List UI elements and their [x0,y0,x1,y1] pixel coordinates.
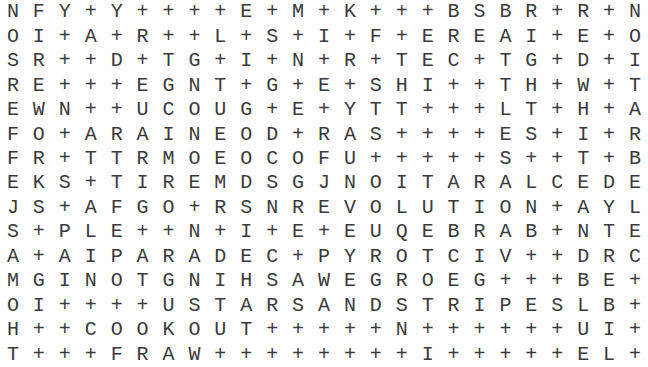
filler-cell: + [544,0,570,24]
letter-cell: O [130,318,156,342]
filler-cell: + [285,343,311,367]
letter-cell: R [596,245,622,269]
letter-cell: E [26,73,52,97]
letter-cell: R [363,245,389,269]
letter-cell: K [337,0,363,24]
filler-cell: + [311,98,337,122]
letter-cell: S [259,24,285,48]
filler-cell: + [311,220,337,244]
filler-cell: + [130,220,156,244]
letter-cell: R [570,0,596,24]
letter-cell: K [156,318,182,342]
letter-cell: W [311,269,337,293]
letter-cell: I [207,269,233,293]
letter-cell: L [78,220,104,244]
filler-cell: + [337,343,363,367]
filler-cell: + [544,24,570,48]
filler-cell: + [441,98,467,122]
filler-cell: + [363,318,389,342]
filler-cell: + [181,24,207,48]
filler-cell: + [26,343,52,367]
filler-cell: + [52,196,78,220]
filler-cell: + [441,147,467,171]
letter-cell: A [337,122,363,146]
letter-cell: I [467,245,493,269]
letter-cell: A [285,269,311,293]
filler-cell: + [622,294,648,318]
letter-cell: S [518,122,544,146]
filler-cell: + [311,0,337,24]
letter-cell: U [156,294,182,318]
letter-cell: H [233,269,259,293]
letter-cell: E [337,220,363,244]
letter-cell: A [130,245,156,269]
filler-cell: + [311,343,337,367]
letter-cell: C [259,245,285,269]
letter-cell: G [130,196,156,220]
letter-cell: G [518,49,544,73]
letter-cell: R [441,294,467,318]
letter-cell: M [156,147,182,171]
filler-cell: + [363,0,389,24]
filler-cell: + [415,318,441,342]
letter-cell: N [622,0,648,24]
letter-cell: R [467,171,493,195]
letter-cell: R [622,122,648,146]
letter-cell: T [233,318,259,342]
letter-cell: L [207,24,233,48]
letter-cell: T [622,73,648,97]
letter-cell: L [518,171,544,195]
letter-cell: O [156,196,182,220]
letter-cell: M [285,0,311,24]
letter-cell: Y [104,0,130,24]
letter-cell: T [156,49,182,73]
filler-cell: + [259,343,285,367]
letter-cell: S [544,294,570,318]
letter-cell: C [441,245,467,269]
letter-cell: I [156,122,182,146]
filler-cell: + [259,318,285,342]
filler-cell: + [518,147,544,171]
letter-cell: A [156,343,182,367]
letter-cell: O [233,122,259,146]
letter-cell: O [389,245,415,269]
letter-cell: I [311,24,337,48]
letter-cell: E [0,171,26,195]
letter-cell: I [596,318,622,342]
letter-cell: R [0,73,26,97]
filler-cell: + [26,318,52,342]
letter-cell: T [596,220,622,244]
letter-cell: C [441,49,467,73]
letter-cell: D [259,122,285,146]
filler-cell: + [259,220,285,244]
letter-cell: Y [596,196,622,220]
letter-cell: N [570,220,596,244]
letter-cell: J [311,171,337,195]
filler-cell: + [78,49,104,73]
letter-cell: P [492,294,518,318]
filler-cell: + [285,245,311,269]
letter-cell: R [26,147,52,171]
filler-cell: + [285,24,311,48]
letter-cell: S [0,220,26,244]
letter-cell: G [363,269,389,293]
letter-cell: A [78,196,104,220]
filler-cell: + [52,24,78,48]
letter-cell: R [156,171,182,195]
letter-cell: H [570,98,596,122]
filler-cell: + [544,122,570,146]
filler-cell: + [259,49,285,73]
filler-cell: + [130,0,156,24]
letter-cell: O [363,171,389,195]
filler-cell: + [311,318,337,342]
filler-cell: + [78,343,104,367]
letter-cell: G [26,269,52,293]
letter-cell: I [570,122,596,146]
filler-cell: + [52,49,78,73]
letter-cell: T [104,147,130,171]
filler-cell: + [52,294,78,318]
letter-cell: F [0,147,26,171]
letter-cell: F [0,122,26,146]
letter-cell: W [26,98,52,122]
letter-cell: N [285,49,311,73]
filler-cell: + [596,49,622,73]
letter-cell: E [233,0,259,24]
letter-cell: I [467,196,493,220]
letter-cell: P [104,245,130,269]
filler-cell: + [337,24,363,48]
filler-cell: + [52,147,78,171]
letter-cell: E [622,171,648,195]
letter-cell: N [78,269,104,293]
letter-cell: O [104,269,130,293]
filler-cell: + [518,269,544,293]
letter-cell: C [544,171,570,195]
letter-cell: P [52,220,78,244]
filler-cell: + [78,171,104,195]
letter-cell: W [181,343,207,367]
filler-cell: + [544,318,570,342]
filler-cell: + [596,73,622,97]
filler-cell: + [492,343,518,367]
filler-cell: + [52,318,78,342]
letter-cell: U [337,147,363,171]
letter-cell: E [415,220,441,244]
letter-cell: O [363,196,389,220]
letter-cell: G [233,98,259,122]
filler-cell: + [518,343,544,367]
letter-cell: A [233,294,259,318]
letter-cell: T [518,98,544,122]
letter-cell: M [207,171,233,195]
letter-cell: S [0,49,26,73]
letter-cell: B [570,269,596,293]
filler-cell: + [544,73,570,97]
letter-cell: L [622,196,648,220]
filler-cell: + [467,98,493,122]
filler-cell: + [26,220,52,244]
filler-cell: + [389,147,415,171]
filler-cell: + [130,294,156,318]
letter-cell: B [492,0,518,24]
letter-cell: R [518,0,544,24]
letter-cell: T [415,171,441,195]
letter-cell: C [622,245,648,269]
filler-cell: + [415,147,441,171]
letter-cell: R [130,147,156,171]
letter-cell: H [0,318,26,342]
letter-cell: A [492,24,518,48]
letter-cell: G [259,73,285,97]
filler-cell: + [156,0,182,24]
letter-cell: B [596,294,622,318]
letter-cell: S [363,73,389,97]
filler-cell: + [311,49,337,73]
letter-cell: I [26,294,52,318]
filler-cell: + [492,318,518,342]
filler-cell: + [389,0,415,24]
letter-cell: R [441,24,467,48]
filler-cell: + [156,24,182,48]
letter-cell: A [441,171,467,195]
letter-cell: R [311,122,337,146]
letter-cell: S [26,196,52,220]
letter-cell: A [181,245,207,269]
letter-cell: R [389,269,415,293]
filler-cell: + [363,49,389,73]
letter-cell: O [0,24,26,48]
filler-cell: + [467,122,493,146]
letter-cell: Y [52,0,78,24]
letter-cell: I [26,24,52,48]
letter-cell: G [285,171,311,195]
word-search-grid: NFY+Y++++E+M+K+++BSBR+R+NOI+A+R++L+S+I+F… [0,0,648,367]
filler-cell: + [285,73,311,97]
filler-cell: + [544,269,570,293]
letter-cell: C [78,318,104,342]
letter-cell: L [570,294,596,318]
filler-cell: + [285,122,311,146]
filler-cell: + [285,318,311,342]
filler-cell: + [518,318,544,342]
letter-cell: T [415,294,441,318]
letter-cell: N [337,294,363,318]
letter-cell: R [130,343,156,367]
letter-cell: E [311,196,337,220]
filler-cell: + [78,73,104,97]
letter-cell: T [441,196,467,220]
letter-cell: E [441,269,467,293]
letter-cell: B [441,0,467,24]
filler-cell: + [441,73,467,97]
letter-cell: E [181,171,207,195]
letter-cell: R [207,196,233,220]
letter-cell: O [181,147,207,171]
letter-cell: I [415,73,441,97]
letter-cell: N [181,73,207,97]
letter-cell: E [570,24,596,48]
letter-cell: T [207,294,233,318]
letter-cell: E [570,171,596,195]
filler-cell: + [181,196,207,220]
letter-cell: R [337,49,363,73]
letter-cell: T [207,73,233,97]
filler-cell: + [104,73,130,97]
filler-cell: + [52,343,78,367]
letter-cell: V [337,196,363,220]
filler-cell: + [337,73,363,97]
letter-cell: Y [337,98,363,122]
letter-cell: R [285,196,311,220]
letter-cell: T [570,147,596,171]
letter-cell: E [0,98,26,122]
letter-cell: D [104,49,130,73]
letter-cell: J [0,196,26,220]
letter-cell: Q [389,220,415,244]
letter-cell: N [181,269,207,293]
filler-cell: + [622,269,648,293]
filler-cell: + [130,49,156,73]
letter-cell: E [622,220,648,244]
filler-cell: + [544,220,570,244]
filler-cell: + [441,122,467,146]
letter-cell: O [622,24,648,48]
letter-cell: A [492,220,518,244]
letter-cell: N [181,122,207,146]
filler-cell: + [233,343,259,367]
filler-cell: + [233,73,259,97]
letter-cell: R [104,122,130,146]
letter-cell: A [311,294,337,318]
letter-cell: E [415,49,441,73]
filler-cell: + [78,294,104,318]
letter-cell: A [570,196,596,220]
letter-cell: C [259,147,285,171]
letter-cell: A [52,245,78,269]
letter-cell: D [233,171,259,195]
letter-cell: E [207,122,233,146]
letter-cell: U [207,98,233,122]
letter-cell: S [233,196,259,220]
letter-cell: E [311,73,337,97]
filler-cell: + [181,0,207,24]
letter-cell: D [570,245,596,269]
filler-cell: + [544,98,570,122]
filler-cell: + [207,220,233,244]
filler-cell: + [544,343,570,367]
letter-cell: U [130,98,156,122]
letter-cell: I [622,49,648,73]
letter-cell: N [259,196,285,220]
filler-cell: + [596,122,622,146]
filler-cell: + [389,122,415,146]
letter-cell: N [52,98,78,122]
letter-cell: P [311,245,337,269]
filler-cell: + [441,343,467,367]
letter-cell: G [156,73,182,97]
letter-cell: O [415,269,441,293]
letter-cell: T [0,343,26,367]
filler-cell: + [622,343,648,367]
letter-cell: F [26,0,52,24]
letter-cell: E [337,269,363,293]
letter-cell: F [311,147,337,171]
filler-cell: + [156,220,182,244]
letter-cell: R [156,245,182,269]
filler-cell: + [52,122,78,146]
letter-cell: R [467,220,493,244]
filler-cell: + [467,73,493,97]
filler-cell: + [596,0,622,24]
letter-cell: F [363,24,389,48]
filler-cell: + [104,294,130,318]
letter-cell: E [130,73,156,97]
letter-cell: E [596,269,622,293]
filler-cell: + [415,0,441,24]
letter-cell: S [52,171,78,195]
filler-cell: + [26,245,52,269]
letter-cell: N [337,171,363,195]
letter-cell: N [181,220,207,244]
filler-cell: + [104,98,130,122]
letter-cell: S [467,0,493,24]
letter-cell: C [156,98,182,122]
letter-cell: F [104,343,130,367]
filler-cell: + [596,24,622,48]
letter-cell: V [492,245,518,269]
letter-cell: A [622,98,648,122]
filler-cell: + [389,24,415,48]
filler-cell: + [104,24,130,48]
letter-cell: B [622,147,648,171]
letter-cell: O [0,294,26,318]
letter-cell: I [78,245,104,269]
letter-cell: E [415,24,441,48]
letter-cell: E [518,294,544,318]
letter-cell: A [0,245,26,269]
filler-cell: + [415,122,441,146]
letter-cell: W [570,73,596,97]
filler-cell: + [207,0,233,24]
letter-cell: S [492,147,518,171]
letter-cell: U [363,220,389,244]
letter-cell: E [285,98,311,122]
letter-cell: B [518,220,544,244]
filler-cell: + [363,147,389,171]
letter-cell: A [130,122,156,146]
letter-cell: D [363,294,389,318]
letter-cell: E [104,220,130,244]
letter-cell: I [518,24,544,48]
letter-cell: I [130,171,156,195]
letter-cell: R [259,294,285,318]
filler-cell: + [596,147,622,171]
filler-cell: + [78,98,104,122]
letter-cell: S [389,294,415,318]
filler-cell: + [544,147,570,171]
letter-cell: D [207,245,233,269]
filler-cell: + [467,49,493,73]
letter-cell: O [26,122,52,146]
letter-cell: R [130,24,156,48]
letter-cell: I [52,269,78,293]
letter-cell: O [181,98,207,122]
letter-cell: U [570,318,596,342]
